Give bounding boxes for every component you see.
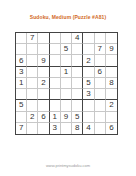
sudoku-cell-r9c2: [27, 123, 38, 134]
sudoku-cell-r3c9: [106, 55, 117, 66]
sudoku-cell-r9c1: 7: [16, 123, 27, 134]
sudoku-cell-r2c8: 7: [95, 44, 106, 55]
sudoku-cell-r6c3: [38, 89, 49, 100]
sudoku-cell-r8c5: 9: [61, 112, 72, 123]
sudoku-cell-r7c6: [72, 100, 83, 111]
sudoku-cell-r4c8: 6: [95, 67, 106, 78]
sudoku-cell-r4c1: 3: [16, 67, 27, 78]
sudoku-cell-r8c7: [83, 112, 94, 123]
sudoku-cell-r4c2: [27, 67, 38, 78]
sudoku-cell-r9c5: [61, 123, 72, 134]
sudoku-cell-r1c7: [83, 33, 94, 44]
sudoku-cell-r6c2: [27, 89, 38, 100]
page-footer-url: www.printmysudoku.com: [0, 163, 136, 168]
sudoku-cell-r7c2: [27, 100, 38, 111]
sudoku-cell-r5c8: [95, 78, 106, 89]
sudoku-cell-r8c2: 2: [27, 112, 38, 123]
sudoku-cell-r3c5: [61, 55, 72, 66]
sudoku-cell-r3c1: 6: [16, 55, 27, 66]
sudoku-cell-r9c4: 3: [50, 123, 61, 134]
sudoku-cell-r2c1: [16, 44, 27, 55]
page-title: Sudoku, Medium (Puzzle #A81): [0, 14, 136, 20]
sudoku-cell-r1c4: [50, 33, 61, 44]
sudoku-cell-r3c7: 2: [83, 55, 94, 66]
sudoku-grid: 7457969231612583522619573846: [15, 32, 118, 135]
sudoku-cell-r2c9: 9: [106, 44, 117, 55]
sudoku-cell-r7c4: [50, 100, 61, 111]
sudoku-cell-r1c2: 7: [27, 33, 38, 44]
sudoku-cell-r3c8: [95, 55, 106, 66]
sudoku-cell-r4c7: [83, 67, 94, 78]
sudoku-cell-r5c6: [72, 78, 83, 89]
sudoku-cell-r6c1: [16, 89, 27, 100]
sudoku-cell-r4c9: [106, 67, 117, 78]
sudoku-cell-r8c3: 6: [38, 112, 49, 123]
sudoku-cell-r3c2: [27, 55, 38, 66]
sudoku-cell-r5c5: [61, 78, 72, 89]
sudoku-cell-r1c6: 4: [72, 33, 83, 44]
sudoku-cell-r8c6: 5: [72, 112, 83, 123]
sudoku-cell-r2c2: [27, 44, 38, 55]
sudoku-cell-r2c7: [83, 44, 94, 55]
sudoku-cell-r9c3: [38, 123, 49, 134]
sudoku-cell-r3c4: [50, 55, 61, 66]
sudoku-cell-r1c1: [16, 33, 27, 44]
sudoku-cell-r7c5: [61, 100, 72, 111]
sudoku-cell-r6c8: [95, 89, 106, 100]
sudoku-cell-r1c5: [61, 33, 72, 44]
sudoku-cell-r2c6: [72, 44, 83, 55]
sudoku-cell-r1c9: [106, 33, 117, 44]
sudoku-cell-r1c8: [95, 33, 106, 44]
sudoku-cell-r7c7: [83, 100, 94, 111]
sudoku-cell-r4c6: [72, 67, 83, 78]
sudoku-cell-r3c3: 9: [38, 55, 49, 66]
sudoku-cell-r8c4: 1: [50, 112, 61, 123]
sudoku-cell-r9c9: 6: [106, 123, 117, 134]
sudoku-cell-r2c4: [50, 44, 61, 55]
sudoku-cell-r7c8: [95, 100, 106, 111]
sudoku-cell-r5c2: [27, 78, 38, 89]
sudoku-cell-r6c9: [106, 89, 117, 100]
sudoku-cell-r9c6: 8: [72, 123, 83, 134]
sudoku-cell-r6c5: [61, 89, 72, 100]
sudoku-cell-r5c9: 8: [106, 78, 117, 89]
sudoku-cell-r5c4: [50, 78, 61, 89]
sudoku-cell-r8c8: [95, 112, 106, 123]
sudoku-cell-r4c3: [38, 67, 49, 78]
sudoku-cell-r8c1: [16, 112, 27, 123]
sudoku-cell-r2c3: [38, 44, 49, 55]
sudoku-cell-r5c3: 2: [38, 78, 49, 89]
sudoku-cell-r2c5: 5: [61, 44, 72, 55]
sudoku-cell-r5c1: 1: [16, 78, 27, 89]
sudoku-cell-r9c8: [95, 123, 106, 134]
sudoku-cell-r3c6: [72, 55, 83, 66]
sudoku-cell-r5c7: 5: [83, 78, 94, 89]
sudoku-cell-r7c9: 2: [106, 100, 117, 111]
sudoku-cell-r9c7: 4: [83, 123, 94, 134]
sudoku-cell-r6c7: 3: [83, 89, 94, 100]
sudoku-cell-r6c4: [50, 89, 61, 100]
sudoku-cell-r1c3: [38, 33, 49, 44]
sudoku-cell-r7c3: [38, 100, 49, 111]
sudoku-cell-r8c9: [106, 112, 117, 123]
sudoku-cell-r4c5: 1: [61, 67, 72, 78]
sudoku-cell-r4c4: [50, 67, 61, 78]
sudoku-cell-r7c1: 5: [16, 100, 27, 111]
sudoku-cell-r6c6: [72, 89, 83, 100]
